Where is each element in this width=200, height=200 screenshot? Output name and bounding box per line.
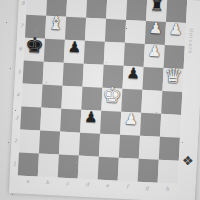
file-label-d: d: [77, 179, 98, 194]
square-f5[interactable]: ♟: [122, 66, 143, 90]
chess-board-wrapper: 87654321 ♜♝♟♟♚♟♟♟♛♚♟♟ abcdefgh Unicorn ❖: [9, 0, 200, 200]
diamond-ornament-icon: ❖: [179, 148, 196, 175]
square-g1[interactable]: [138, 159, 159, 183]
square-d7[interactable]: [85, 18, 106, 42]
square-a1[interactable]: [18, 152, 39, 176]
square-h5[interactable]: ♛: [162, 68, 183, 92]
piece-white-pawn-g7[interactable]: ♟: [145, 16, 166, 40]
piece-black-pawn-f5[interactable]: ♟: [123, 61, 144, 85]
square-b4[interactable]: [41, 85, 62, 109]
square-a4[interactable]: [21, 84, 42, 108]
square-d8[interactable]: [86, 0, 107, 19]
square-b6[interactable]: [44, 39, 65, 63]
chess-board: ♜♝♟♟♚♟♟♟♛♚♟♟: [18, 0, 187, 184]
square-e8[interactable]: [106, 0, 127, 20]
square-c8[interactable]: [66, 0, 87, 18]
square-c1[interactable]: [58, 155, 79, 179]
chess-photo: 87654321 ♜♝♟♟♚♟♟♟♛♚♟♟ abcdefgh Unicorn ❖: [0, 0, 200, 200]
square-e2[interactable]: [99, 134, 120, 158]
square-d6[interactable]: [84, 41, 105, 65]
square-h2[interactable]: [159, 137, 180, 161]
square-c2[interactable]: [59, 132, 80, 156]
file-label-b: b: [37, 176, 58, 191]
square-b1[interactable]: [38, 154, 59, 178]
square-f3[interactable]: ♟: [120, 112, 141, 136]
square-d5[interactable]: [83, 64, 104, 88]
piece-black-king-a6[interactable]: ♚: [24, 33, 45, 57]
square-h1[interactable]: [158, 160, 179, 184]
board-brand-text: Unicorn: [187, 28, 194, 54]
square-b5[interactable]: [43, 62, 64, 86]
square-g2[interactable]: [139, 136, 160, 160]
square-a5[interactable]: [23, 61, 44, 85]
square-e7[interactable]: [105, 19, 126, 43]
piece-black-rook-g8[interactable]: ♜: [146, 0, 167, 17]
photo-grain: [6, 22, 7, 23]
piece-white-pawn-g6[interactable]: ♟: [144, 39, 165, 63]
piece-white-pawn-h7[interactable]: ♟: [165, 17, 186, 41]
square-e6[interactable]: [104, 42, 125, 66]
square-e1[interactable]: [98, 157, 119, 181]
square-a8[interactable]: [26, 0, 47, 16]
square-b7[interactable]: ♝: [45, 16, 66, 40]
square-a3[interactable]: [20, 107, 41, 131]
square-c4[interactable]: [61, 86, 82, 110]
square-f7[interactable]: [125, 20, 146, 44]
square-f8[interactable]: [126, 0, 147, 21]
square-b3[interactable]: [40, 108, 61, 132]
square-e4[interactable]: ♚: [101, 88, 122, 112]
square-c5[interactable]: [63, 63, 84, 87]
piece-white-king-e4[interactable]: ♚: [102, 83, 123, 107]
square-d3[interactable]: ♟: [80, 110, 101, 134]
square-a2[interactable]: [19, 130, 40, 154]
file-label-c: c: [57, 178, 78, 193]
file-label-f: f: [117, 181, 138, 196]
square-b2[interactable]: [39, 131, 60, 155]
square-c3[interactable]: [60, 109, 81, 133]
square-g4[interactable]: [141, 90, 162, 114]
square-f1[interactable]: [118, 158, 139, 182]
square-g3[interactable]: [140, 113, 161, 137]
piece-black-pawn-d3[interactable]: ♟: [80, 105, 101, 129]
piece-white-queen-h5[interactable]: ♛: [163, 63, 184, 87]
square-f2[interactable]: [119, 135, 140, 159]
square-h7[interactable]: ♟: [165, 22, 186, 46]
piece-black-pawn-c6[interactable]: ♟: [64, 35, 85, 59]
square-d2[interactable]: [79, 133, 100, 157]
square-h4[interactable]: [161, 91, 182, 115]
square-h3[interactable]: [160, 114, 181, 138]
file-label-e: e: [97, 180, 118, 195]
square-a6[interactable]: ♚: [24, 38, 45, 62]
square-d1[interactable]: [78, 156, 99, 180]
square-e3[interactable]: [100, 111, 121, 135]
square-c6[interactable]: ♟: [64, 40, 85, 64]
file-label-a: a: [17, 175, 38, 190]
piece-white-pawn-f3[interactable]: ♟: [120, 107, 141, 131]
square-g6[interactable]: ♟: [144, 44, 165, 68]
piece-white-bishop-b7[interactable]: ♝: [45, 11, 66, 35]
file-label-g: g: [137, 182, 158, 197]
square-g5[interactable]: [142, 67, 163, 91]
file-label-h: h: [157, 183, 178, 198]
